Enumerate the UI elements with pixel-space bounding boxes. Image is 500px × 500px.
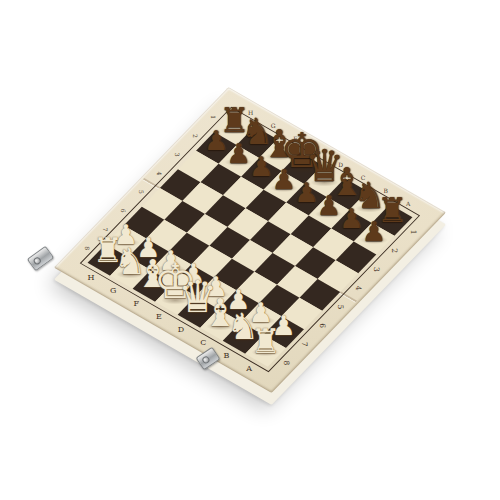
coordinate-label-text: 8 <box>282 360 291 365</box>
coordinate-label-text: 6 <box>318 323 327 328</box>
chess-set-photo: ♜♞♝♚♛♝♞♜♟♟♟♟♟♟♟♟♟♟♟♟♟♟♟♟♜♞♝♚♛♝♞♜ HGFEDCB… <box>0 0 500 500</box>
coordinate-label-text: 3 <box>372 267 381 272</box>
coordinate-label-text: 4 <box>354 286 363 291</box>
coordinate-label-text: 8 <box>84 246 91 250</box>
coordinate-label-text: A <box>246 363 252 372</box>
coordinate-label-text: G <box>271 122 276 129</box>
coordinate-label-text: 7 <box>102 228 109 232</box>
coordinate-label-text: H <box>248 109 253 116</box>
metal-latch-icon <box>27 246 54 272</box>
coordinate-label-text: F <box>134 299 140 308</box>
coordinate-label-text: 2 <box>192 134 199 138</box>
coordinate-label-text: B <box>384 186 388 193</box>
coordinate-label-text: B <box>224 350 230 359</box>
coordinate-label-text: C <box>361 173 366 180</box>
coordinate-label-text: E <box>156 312 162 321</box>
chess-board: ♜♞♝♚♛♝♞♜♟♟♟♟♟♟♟♟♟♟♟♟♟♟♟♟♜♞♝♚♛♝♞♜ HGFEDCB… <box>54 87 446 393</box>
coordinate-label-text: 6 <box>120 209 127 213</box>
coordinate-labels: HGFEDCBAHGFEDCBA1234567812345678 <box>54 87 446 393</box>
latch-screw-icon <box>32 256 42 266</box>
coordinate-label-text: G <box>111 286 117 295</box>
coordinate-label-text: 5 <box>336 304 345 309</box>
coordinate-label-text: 1 <box>408 229 417 234</box>
coordinate-label-text: 1 <box>210 115 217 119</box>
coordinate-label-text: 2 <box>390 248 399 253</box>
coordinate-label-text: H <box>88 273 95 282</box>
coordinate-label-text: 7 <box>300 342 309 347</box>
coordinate-label-text: 4 <box>156 171 163 175</box>
coordinate-label-text: D <box>178 324 184 333</box>
coordinate-label-text: 5 <box>138 190 145 194</box>
coordinate-label-text: F <box>294 135 298 142</box>
coordinate-label-text: C <box>201 337 207 346</box>
coordinate-label-text: E <box>316 147 320 154</box>
latch-screw-icon <box>201 355 211 365</box>
coordinate-label-text: A <box>406 199 410 206</box>
coordinate-label-text: D <box>339 160 344 167</box>
coordinate-label-text: 3 <box>174 153 181 157</box>
